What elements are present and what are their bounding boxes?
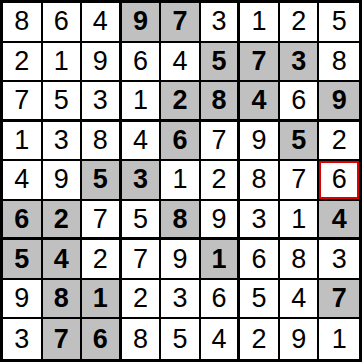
cell-r6c8[interactable]: 1: [280, 201, 320, 241]
cell-r5c2[interactable]: 9: [43, 161, 83, 201]
cell-r8c1[interactable]: 9: [3, 280, 43, 320]
cell-r5c8[interactable]: 7: [280, 161, 320, 201]
cell-r3c2[interactable]: 5: [43, 82, 83, 122]
cell-r2c6[interactable]: 5: [201, 43, 241, 83]
cell-r4c2[interactable]: 3: [43, 122, 83, 162]
cell-r3c5[interactable]: 2: [161, 82, 201, 122]
cell-r2c9[interactable]: 8: [319, 43, 359, 83]
cell-r6c3[interactable]: 7: [82, 201, 122, 241]
cell-r9c2[interactable]: 7: [43, 319, 83, 359]
cell-r1c4[interactable]: 9: [122, 3, 162, 43]
cell-r5c1[interactable]: 4: [3, 161, 43, 201]
sudoku-board: 8649731252196457387531284691384679524953…: [0, 0, 362, 362]
cell-r3c7[interactable]: 4: [240, 82, 280, 122]
cell-r2c8[interactable]: 3: [280, 43, 320, 83]
cell-r3c9[interactable]: 9: [319, 82, 359, 122]
cell-r4c4[interactable]: 4: [122, 122, 162, 162]
cell-r7c3[interactable]: 2: [82, 240, 122, 280]
cell-r6c7[interactable]: 3: [240, 201, 280, 241]
cell-r4c1[interactable]: 1: [3, 122, 43, 162]
cell-r3c4[interactable]: 1: [122, 82, 162, 122]
cell-r2c3[interactable]: 9: [82, 43, 122, 83]
cell-r1c6[interactable]: 3: [201, 3, 241, 43]
cell-r9c4[interactable]: 8: [122, 319, 162, 359]
cell-r2c4[interactable]: 6: [122, 43, 162, 83]
cell-r7c8[interactable]: 8: [280, 240, 320, 280]
cell-r1c8[interactable]: 2: [280, 3, 320, 43]
cell-r1c7[interactable]: 1: [240, 3, 280, 43]
cell-r2c1[interactable]: 2: [3, 43, 43, 83]
cell-r8c5[interactable]: 3: [161, 280, 201, 320]
cell-r5c9[interactable]: 6: [319, 161, 359, 201]
cell-r9c3[interactable]: 6: [82, 319, 122, 359]
cell-r2c5[interactable]: 4: [161, 43, 201, 83]
cell-r1c5[interactable]: 7: [161, 3, 201, 43]
cell-r9c5[interactable]: 5: [161, 319, 201, 359]
cell-r8c4[interactable]: 2: [122, 280, 162, 320]
cell-r7c2[interactable]: 4: [43, 240, 83, 280]
cell-r5c3[interactable]: 5: [82, 161, 122, 201]
cell-r5c4[interactable]: 3: [122, 161, 162, 201]
cell-r1c3[interactable]: 4: [82, 3, 122, 43]
cell-r3c8[interactable]: 6: [280, 82, 320, 122]
cell-r8c9[interactable]: 7: [319, 280, 359, 320]
cell-r1c1[interactable]: 8: [3, 3, 43, 43]
cell-r3c3[interactable]: 3: [82, 82, 122, 122]
cell-r8c3[interactable]: 1: [82, 280, 122, 320]
cell-r6c4[interactable]: 5: [122, 201, 162, 241]
cell-r8c6[interactable]: 6: [201, 280, 241, 320]
cell-r6c1[interactable]: 6: [3, 201, 43, 241]
cell-r7c6[interactable]: 1: [201, 240, 241, 280]
cell-r3c6[interactable]: 8: [201, 82, 241, 122]
cell-r4c6[interactable]: 7: [201, 122, 241, 162]
cell-r4c5[interactable]: 6: [161, 122, 201, 162]
cell-r7c4[interactable]: 7: [122, 240, 162, 280]
cell-r1c9[interactable]: 5: [319, 3, 359, 43]
cell-r4c3[interactable]: 8: [82, 122, 122, 162]
cell-r6c6[interactable]: 9: [201, 201, 241, 241]
cell-r7c7[interactable]: 6: [240, 240, 280, 280]
cell-r5c6[interactable]: 2: [201, 161, 241, 201]
cell-r7c9[interactable]: 3: [319, 240, 359, 280]
cell-r7c1[interactable]: 5: [3, 240, 43, 280]
cell-r9c6[interactable]: 4: [201, 319, 241, 359]
cell-r4c9[interactable]: 2: [319, 122, 359, 162]
cell-r4c7[interactable]: 9: [240, 122, 280, 162]
cell-r4c8[interactable]: 5: [280, 122, 320, 162]
cell-r9c1[interactable]: 3: [3, 319, 43, 359]
cell-r6c2[interactable]: 2: [43, 201, 83, 241]
cell-r7c5[interactable]: 9: [161, 240, 201, 280]
cell-r9c9[interactable]: 1: [319, 319, 359, 359]
cell-r8c2[interactable]: 8: [43, 280, 83, 320]
cell-r3c1[interactable]: 7: [3, 82, 43, 122]
cell-r6c9[interactable]: 4: [319, 201, 359, 241]
cell-r1c2[interactable]: 6: [43, 3, 83, 43]
cell-r5c5[interactable]: 1: [161, 161, 201, 201]
cell-r6c5[interactable]: 8: [161, 201, 201, 241]
cell-r9c8[interactable]: 9: [280, 319, 320, 359]
cell-r5c7[interactable]: 8: [240, 161, 280, 201]
cell-r8c8[interactable]: 4: [280, 280, 320, 320]
cell-r9c7[interactable]: 2: [240, 319, 280, 359]
cell-r2c7[interactable]: 7: [240, 43, 280, 83]
cell-r2c2[interactable]: 1: [43, 43, 83, 83]
cell-r8c7[interactable]: 5: [240, 280, 280, 320]
